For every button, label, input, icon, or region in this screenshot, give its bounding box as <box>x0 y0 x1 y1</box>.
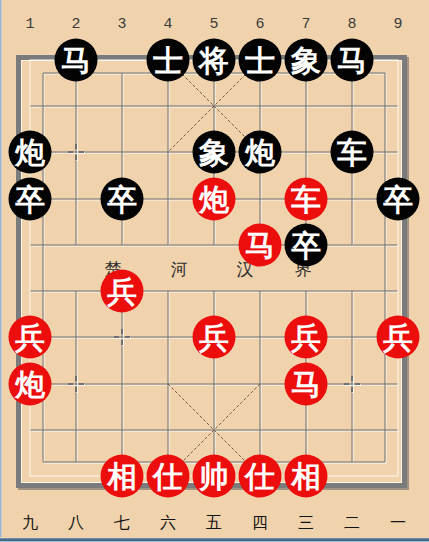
file-label-bottom: 三 <box>298 515 314 530</box>
file-label-bottom: 四 <box>252 515 268 530</box>
piece-red-soldier[interactable]: 兵 <box>9 316 52 359</box>
file-label-bottom: 二 <box>344 515 360 530</box>
piece-black-advisor[interactable]: 士 <box>239 39 282 82</box>
piece-black-elephant[interactable]: 象 <box>285 39 328 82</box>
piece-black-elephant[interactable]: 象 <box>193 131 236 174</box>
file-label-top: 3 <box>117 17 126 32</box>
file-label-bottom: 六 <box>160 515 176 530</box>
piece-black-horse[interactable]: 马 <box>331 39 374 82</box>
xiangqi-board-window: 123456789 楚河汉界 马士将士象马炮象炮车卒卒炮车卒马卒兵兵兵兵兵炮马相… <box>0 0 429 542</box>
piece-black-soldier[interactable]: 卒 <box>377 177 420 220</box>
piece-red-soldier[interactable]: 兵 <box>377 316 420 359</box>
file-label-bottom: 一 <box>390 515 406 530</box>
piece-red-soldier[interactable]: 兵 <box>285 316 328 359</box>
piece-black-soldier[interactable]: 卒 <box>9 177 52 220</box>
piece-red-horse[interactable]: 马 <box>285 362 328 405</box>
point-marker <box>113 328 131 346</box>
river-char: 河 <box>171 261 188 278</box>
piece-black-horse[interactable]: 马 <box>55 39 98 82</box>
file-label-bottom: 八 <box>68 515 84 530</box>
file-label-top: 9 <box>393 17 402 32</box>
file-label-bottom: 九 <box>22 515 38 530</box>
piece-black-cannon[interactable]: 炮 <box>9 131 52 174</box>
piece-red-elephant[interactable]: 相 <box>101 454 144 497</box>
piece-black-cannon[interactable]: 炮 <box>239 131 282 174</box>
file-label-top: 5 <box>209 17 218 32</box>
piece-red-general[interactable]: 帅 <box>193 454 236 497</box>
piece-red-horse[interactable]: 马 <box>239 223 282 266</box>
point-marker <box>67 375 85 393</box>
file-label-top: 7 <box>301 17 310 32</box>
piece-red-advisor[interactable]: 仕 <box>239 454 282 497</box>
file-label-top: 8 <box>347 17 356 32</box>
piece-red-cannon[interactable]: 炮 <box>193 177 236 220</box>
file-label-top: 6 <box>255 17 264 32</box>
window-edge-left <box>0 0 2 542</box>
piece-black-chariot[interactable]: 车 <box>331 131 374 174</box>
file-label-top: 1 <box>25 17 34 32</box>
point-marker <box>67 143 85 161</box>
piece-red-cannon[interactable]: 炮 <box>9 362 52 405</box>
file-label-top: 4 <box>163 17 172 32</box>
point-marker <box>343 375 361 393</box>
piece-red-soldier[interactable]: 兵 <box>101 270 144 313</box>
piece-black-general[interactable]: 将 <box>193 39 236 82</box>
piece-black-soldier[interactable]: 卒 <box>285 223 328 266</box>
piece-red-soldier[interactable]: 兵 <box>193 316 236 359</box>
piece-black-advisor[interactable]: 士 <box>147 39 190 82</box>
file-label-top: 2 <box>71 17 80 32</box>
file-label-bottom: 七 <box>114 515 130 530</box>
piece-red-advisor[interactable]: 仕 <box>147 454 190 497</box>
piece-red-elephant[interactable]: 相 <box>285 454 328 497</box>
file-label-bottom: 五 <box>206 515 222 530</box>
piece-red-chariot[interactable]: 车 <box>285 177 328 220</box>
window-edge-bottom <box>0 537 429 542</box>
piece-black-soldier[interactable]: 卒 <box>101 177 144 220</box>
